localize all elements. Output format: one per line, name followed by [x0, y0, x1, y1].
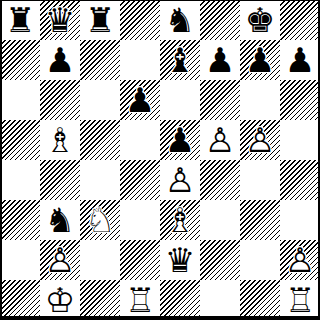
square-g5[interactable]: ♟♙: [240, 120, 280, 160]
piece-black-bishop: ♝♝: [160, 40, 200, 80]
piece-black-queen: ♛♛: [160, 240, 200, 280]
square-g2[interactable]: [240, 240, 280, 280]
square-h4[interactable]: [280, 160, 320, 200]
piece-glyph: ♙: [40, 240, 80, 280]
square-d1[interactable]: ♜♖: [120, 280, 160, 320]
square-h1[interactable]: ♜♖: [280, 280, 320, 320]
square-f3[interactable]: [200, 200, 240, 240]
piece-glyph: ♔: [40, 280, 80, 320]
square-f4[interactable]: [200, 160, 240, 200]
piece-glyph: ♟: [280, 40, 320, 80]
piece-white-king: ♚♔: [40, 280, 80, 320]
piece-glyph: ♟: [160, 120, 200, 160]
square-h3[interactable]: [280, 200, 320, 240]
square-b1[interactable]: ♚♔: [40, 280, 80, 320]
square-a6[interactable]: [0, 80, 40, 120]
square-a7[interactable]: [0, 40, 40, 80]
square-f6[interactable]: [200, 80, 240, 120]
square-c7[interactable]: [80, 40, 120, 80]
piece-glyph: ♙: [280, 240, 320, 280]
square-f5[interactable]: ♟♙: [200, 120, 240, 160]
square-d8[interactable]: [120, 0, 160, 40]
piece-black-rook: ♜♜: [80, 0, 120, 40]
square-e8[interactable]: ♞♞: [160, 0, 200, 40]
square-c1[interactable]: [80, 280, 120, 320]
piece-white-pawn: ♟♙: [160, 160, 200, 200]
square-c8[interactable]: ♜♜: [80, 0, 120, 40]
piece-white-pawn: ♟♙: [240, 120, 280, 160]
square-b4[interactable]: [40, 160, 80, 200]
square-d6[interactable]: ♟♟: [120, 80, 160, 120]
piece-glyph: ♘: [80, 200, 120, 240]
chess-board-wrap: ♜♜♛♛♜♜♞♞♚♚♟♟♝♝♟♟♟♟♟♟♟♟♝♗♟♟♟♙♟♙♟♙♞♞♞♘♝♗♟♙…: [0, 0, 320, 320]
piece-glyph: ♖: [280, 280, 320, 320]
square-c2[interactable]: [80, 240, 120, 280]
square-g7[interactable]: ♟♟: [240, 40, 280, 80]
chess-board: ♜♜♛♛♜♜♞♞♚♚♟♟♝♝♟♟♟♟♟♟♟♟♝♗♟♟♟♙♟♙♟♙♞♞♞♘♝♗♟♙…: [0, 0, 320, 320]
piece-black-pawn: ♟♟: [280, 40, 320, 80]
square-e1[interactable]: [160, 280, 200, 320]
piece-glyph: ♞: [40, 200, 80, 240]
square-c3[interactable]: ♞♘: [80, 200, 120, 240]
square-f8[interactable]: [200, 0, 240, 40]
piece-glyph: ♛: [160, 240, 200, 280]
piece-glyph: ♗: [160, 200, 200, 240]
square-h6[interactable]: [280, 80, 320, 120]
piece-glyph: ♙: [240, 120, 280, 160]
square-b3[interactable]: ♞♞: [40, 200, 80, 240]
square-h2[interactable]: ♟♙: [280, 240, 320, 280]
piece-white-rook: ♜♖: [280, 280, 320, 320]
square-f2[interactable]: [200, 240, 240, 280]
square-a5[interactable]: [0, 120, 40, 160]
square-b7[interactable]: ♟♟: [40, 40, 80, 80]
piece-black-pawn: ♟♟: [160, 120, 200, 160]
square-b5[interactable]: ♝♗: [40, 120, 80, 160]
piece-glyph: ♟: [40, 40, 80, 80]
piece-glyph: ♝: [160, 40, 200, 80]
piece-black-king: ♚♚: [240, 0, 280, 40]
piece-glyph: ♟: [120, 80, 160, 120]
square-a4[interactable]: [0, 160, 40, 200]
square-d5[interactable]: [120, 120, 160, 160]
piece-black-pawn: ♟♟: [240, 40, 280, 80]
piece-glyph: ♗: [40, 120, 80, 160]
piece-glyph: ♚: [240, 0, 280, 40]
piece-glyph: ♛: [40, 0, 80, 40]
square-e5[interactable]: ♟♟: [160, 120, 200, 160]
piece-black-rook: ♜♜: [0, 0, 40, 40]
square-c5[interactable]: [80, 120, 120, 160]
piece-black-knight: ♞♞: [160, 0, 200, 40]
piece-glyph: ♖: [120, 280, 160, 320]
square-d7[interactable]: [120, 40, 160, 80]
piece-glyph: ♞: [160, 0, 200, 40]
piece-black-pawn: ♟♟: [40, 40, 80, 80]
piece-white-bishop: ♝♗: [40, 120, 80, 160]
square-g1[interactable]: [240, 280, 280, 320]
square-g3[interactable]: [240, 200, 280, 240]
piece-glyph: ♟: [200, 40, 240, 80]
square-c4[interactable]: [80, 160, 120, 200]
piece-black-pawn: ♟♟: [120, 80, 160, 120]
piece-glyph: ♟: [240, 40, 280, 80]
piece-glyph: ♜: [80, 0, 120, 40]
square-a3[interactable]: [0, 200, 40, 240]
square-d2[interactable]: [120, 240, 160, 280]
square-c6[interactable]: [80, 80, 120, 120]
piece-glyph: ♙: [160, 160, 200, 200]
square-h7[interactable]: ♟♟: [280, 40, 320, 80]
piece-glyph: ♙: [200, 120, 240, 160]
square-e6[interactable]: [160, 80, 200, 120]
piece-white-pawn: ♟♙: [200, 120, 240, 160]
square-e7[interactable]: ♝♝: [160, 40, 200, 80]
piece-white-pawn: ♟♙: [280, 240, 320, 280]
square-e2[interactable]: ♛♛: [160, 240, 200, 280]
square-d4[interactable]: [120, 160, 160, 200]
square-g6[interactable]: [240, 80, 280, 120]
square-a8[interactable]: ♜♜: [0, 0, 40, 40]
square-b6[interactable]: [40, 80, 80, 120]
piece-black-queen: ♛♛: [40, 0, 80, 40]
square-d3[interactable]: [120, 200, 160, 240]
piece-white-pawn: ♟♙: [40, 240, 80, 280]
piece-black-knight: ♞♞: [40, 200, 80, 240]
piece-white-rook: ♜♖: [120, 280, 160, 320]
square-a1[interactable]: [0, 280, 40, 320]
piece-black-pawn: ♟♟: [200, 40, 240, 80]
square-g8[interactable]: ♚♚: [240, 0, 280, 40]
square-e3[interactable]: ♝♗: [160, 200, 200, 240]
square-f1[interactable]: [200, 280, 240, 320]
square-h8[interactable]: [280, 0, 320, 40]
square-e4[interactable]: ♟♙: [160, 160, 200, 200]
piece-white-knight: ♞♘: [80, 200, 120, 240]
square-b8[interactable]: ♛♛: [40, 0, 80, 40]
square-a2[interactable]: [0, 240, 40, 280]
square-b2[interactable]: ♟♙: [40, 240, 80, 280]
square-f7[interactable]: ♟♟: [200, 40, 240, 80]
piece-white-bishop: ♝♗: [160, 200, 200, 240]
square-g4[interactable]: [240, 160, 280, 200]
square-h5[interactable]: [280, 120, 320, 160]
piece-glyph: ♜: [0, 0, 40, 40]
